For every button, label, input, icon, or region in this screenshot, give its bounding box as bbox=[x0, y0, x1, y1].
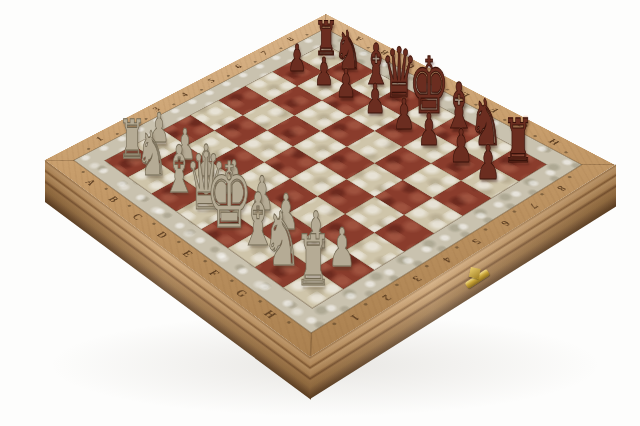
piece-red-pawn-g7[interactable]: ♟ bbox=[449, 123, 473, 169]
pieces-layer: ♜♞♟♝♟♟♛♟♚♟♝♟♟♞♜♟♟♜♞♟♟♝♟♛♟♚♟♝♟♞♟♜ bbox=[0, 0, 640, 426]
piece-red-pawn-c7[interactable]: ♟ bbox=[336, 65, 356, 105]
piece-white-pawn-h2[interactable]: ♟ bbox=[328, 222, 355, 275]
piece-red-pawn-e7[interactable]: ♟ bbox=[393, 93, 415, 136]
piece-red-pawn-f7[interactable]: ♟ bbox=[418, 108, 441, 152]
piece-white-rook-h1[interactable]: ♜ bbox=[295, 226, 331, 296]
piece-red-pawn-b7[interactable]: ♟ bbox=[314, 52, 334, 90]
piece-red-pawn-h7[interactable]: ♟ bbox=[475, 139, 500, 187]
piece-red-pawn-d7[interactable]: ♟ bbox=[364, 79, 385, 120]
piece-red-rook-h8[interactable]: ♜ bbox=[503, 111, 534, 171]
photo-scene: AA88BB77CC66DD55EE44FF33GG22HH11 ♜♞♟♝♟♟♛… bbox=[0, 0, 640, 426]
piece-red-pawn-a7[interactable]: ♟ bbox=[287, 39, 306, 76]
